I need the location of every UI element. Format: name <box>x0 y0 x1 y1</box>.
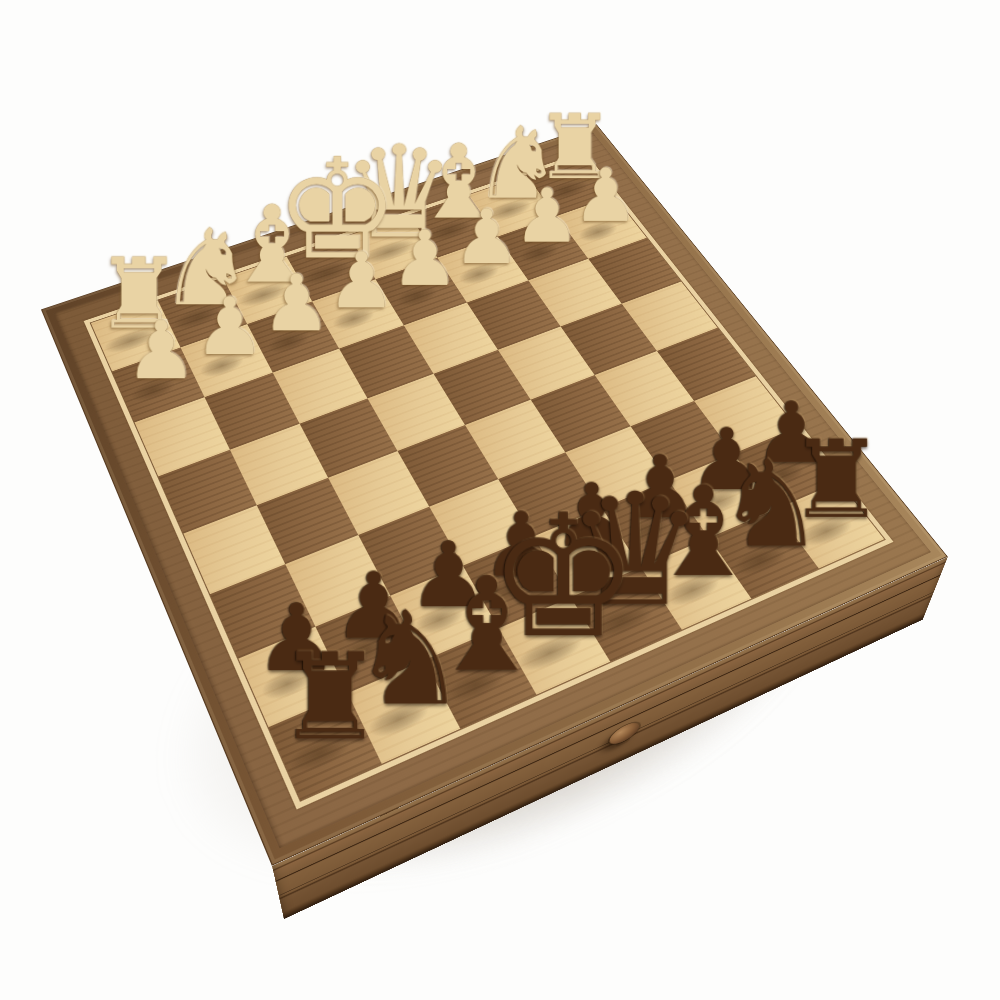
piece-glyph: ♜ <box>242 637 418 757</box>
scene: ♜♞♝♚♛♝♞♜♟♟♟♟♟♟♟♟♟♟♟♟♟♟♟♟♜♞♝♚♛♝♞♜ <box>0 0 1000 1000</box>
drawer-knob <box>609 719 640 748</box>
chess-box: ♜♞♝♚♛♝♞♜♟♟♟♟♟♟♟♟♟♟♟♟♟♟♟♟♜♞♝♚♛♝♞♜ <box>41 124 948 866</box>
